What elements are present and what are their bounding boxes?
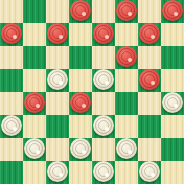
piece-inner-ring bbox=[144, 74, 155, 85]
square-r0c3[interactable] bbox=[69, 0, 92, 23]
square-r7c1 bbox=[23, 161, 46, 184]
square-r4c1[interactable] bbox=[23, 92, 46, 115]
piece-outer-ring bbox=[72, 2, 89, 19]
piece-inner-ring bbox=[29, 143, 40, 154]
square-r6c0 bbox=[0, 138, 23, 161]
square-r4c7[interactable] bbox=[161, 92, 184, 115]
square-r6c5[interactable] bbox=[115, 138, 138, 161]
square-r0c5[interactable] bbox=[115, 0, 138, 23]
square-r3c4[interactable] bbox=[92, 69, 115, 92]
piece-highlight bbox=[151, 173, 155, 177]
piece-outer-ring bbox=[49, 163, 66, 180]
white-checker-piece[interactable] bbox=[93, 69, 114, 90]
piece-inner-ring bbox=[121, 5, 132, 16]
piece-outer-ring bbox=[3, 117, 20, 134]
piece-highlight bbox=[128, 12, 132, 16]
square-r4c6 bbox=[138, 92, 161, 115]
red-checker-piece[interactable] bbox=[139, 69, 160, 90]
square-r0c1[interactable] bbox=[23, 0, 46, 23]
square-r6c2 bbox=[46, 138, 69, 161]
white-checker-piece[interactable] bbox=[162, 92, 183, 113]
white-checker-piece[interactable] bbox=[47, 161, 68, 182]
piece-inner-ring bbox=[167, 97, 178, 108]
piece-highlight bbox=[174, 12, 178, 16]
red-checker-piece[interactable] bbox=[70, 0, 91, 21]
piece-highlight bbox=[82, 12, 86, 16]
piece-inner-ring bbox=[98, 120, 109, 131]
square-r2c5[interactable] bbox=[115, 46, 138, 69]
piece-outer-ring bbox=[118, 140, 135, 157]
piece-highlight bbox=[36, 104, 40, 108]
piece-outer-ring bbox=[141, 71, 158, 88]
piece-highlight bbox=[105, 81, 109, 85]
piece-outer-ring bbox=[95, 71, 112, 88]
piece-highlight bbox=[36, 150, 40, 154]
square-r1c2[interactable] bbox=[46, 23, 69, 46]
piece-outer-ring bbox=[3, 25, 20, 42]
square-r7c2[interactable] bbox=[46, 161, 69, 184]
square-r4c2 bbox=[46, 92, 69, 115]
square-r5c1 bbox=[23, 115, 46, 138]
square-r3c5 bbox=[115, 69, 138, 92]
square-r6c6 bbox=[138, 138, 161, 161]
square-r5c0[interactable] bbox=[0, 115, 23, 138]
square-r7c7 bbox=[161, 161, 184, 184]
white-checker-piece[interactable] bbox=[116, 138, 137, 159]
piece-inner-ring bbox=[121, 51, 132, 62]
square-r1c1 bbox=[23, 23, 46, 46]
white-checker-piece[interactable] bbox=[1, 115, 22, 136]
red-checker-piece[interactable] bbox=[24, 92, 45, 113]
square-r3c2[interactable] bbox=[46, 69, 69, 92]
square-r2c7[interactable] bbox=[161, 46, 184, 69]
square-r5c3 bbox=[69, 115, 92, 138]
piece-outer-ring bbox=[26, 140, 43, 157]
square-r3c0[interactable] bbox=[0, 69, 23, 92]
piece-inner-ring bbox=[98, 74, 109, 85]
piece-inner-ring bbox=[52, 166, 63, 177]
piece-inner-ring bbox=[75, 5, 86, 16]
piece-highlight bbox=[82, 150, 86, 154]
piece-inner-ring bbox=[29, 97, 40, 108]
red-checker-piece[interactable] bbox=[116, 46, 137, 67]
square-r3c1 bbox=[23, 69, 46, 92]
red-checker-piece[interactable] bbox=[1, 23, 22, 44]
red-checker-piece[interactable] bbox=[70, 92, 91, 113]
square-r1c7 bbox=[161, 23, 184, 46]
piece-outer-ring bbox=[95, 117, 112, 134]
piece-outer-ring bbox=[72, 140, 89, 157]
square-r5c2[interactable] bbox=[46, 115, 69, 138]
piece-highlight bbox=[105, 127, 109, 131]
square-r6c7[interactable] bbox=[161, 138, 184, 161]
square-r6c3[interactable] bbox=[69, 138, 92, 161]
piece-highlight bbox=[128, 150, 132, 154]
piece-highlight bbox=[105, 35, 109, 39]
piece-inner-ring bbox=[167, 5, 178, 16]
square-r7c5 bbox=[115, 161, 138, 184]
square-r3c7 bbox=[161, 69, 184, 92]
white-checker-piece[interactable] bbox=[93, 161, 114, 182]
square-r1c6[interactable] bbox=[138, 23, 161, 46]
square-r2c4 bbox=[92, 46, 115, 69]
square-r2c6 bbox=[138, 46, 161, 69]
white-checker-piece[interactable] bbox=[93, 115, 114, 136]
square-r4c5[interactable] bbox=[115, 92, 138, 115]
square-r7c3 bbox=[69, 161, 92, 184]
piece-outer-ring bbox=[164, 2, 181, 19]
piece-outer-ring bbox=[141, 163, 158, 180]
square-r6c1[interactable] bbox=[23, 138, 46, 161]
square-r1c4[interactable] bbox=[92, 23, 115, 46]
piece-inner-ring bbox=[144, 166, 155, 177]
piece-outer-ring bbox=[118, 48, 135, 65]
piece-highlight bbox=[128, 58, 132, 62]
piece-highlight bbox=[13, 127, 17, 131]
piece-outer-ring bbox=[72, 94, 89, 111]
square-r7c6[interactable] bbox=[138, 161, 161, 184]
piece-outer-ring bbox=[26, 94, 43, 111]
piece-outer-ring bbox=[49, 71, 66, 88]
piece-inner-ring bbox=[98, 28, 109, 39]
piece-inner-ring bbox=[6, 28, 17, 39]
square-r5c7 bbox=[161, 115, 184, 138]
square-r2c3[interactable] bbox=[69, 46, 92, 69]
square-r6c4 bbox=[92, 138, 115, 161]
square-r2c1[interactable] bbox=[23, 46, 46, 69]
square-r0c7[interactable] bbox=[161, 0, 184, 23]
piece-inner-ring bbox=[98, 166, 109, 177]
square-r0c4 bbox=[92, 0, 115, 23]
piece-highlight bbox=[59, 173, 63, 177]
piece-outer-ring bbox=[141, 25, 158, 42]
square-r1c5 bbox=[115, 23, 138, 46]
square-r7c4[interactable] bbox=[92, 161, 115, 184]
piece-highlight bbox=[174, 104, 178, 108]
piece-highlight bbox=[151, 35, 155, 39]
white-checker-piece[interactable] bbox=[47, 69, 68, 90]
red-checker-piece[interactable] bbox=[116, 0, 137, 21]
square-r5c5 bbox=[115, 115, 138, 138]
square-r4c4 bbox=[92, 92, 115, 115]
white-checker-piece[interactable] bbox=[70, 138, 91, 159]
square-r2c2 bbox=[46, 46, 69, 69]
square-r5c4[interactable] bbox=[92, 115, 115, 138]
piece-inner-ring bbox=[75, 143, 86, 154]
square-r0c2 bbox=[46, 0, 69, 23]
piece-outer-ring bbox=[164, 94, 181, 111]
piece-highlight bbox=[59, 35, 63, 39]
red-checker-piece[interactable] bbox=[139, 23, 160, 44]
red-checker-piece[interactable] bbox=[162, 0, 183, 21]
checkers-board bbox=[0, 0, 184, 184]
piece-inner-ring bbox=[75, 97, 86, 108]
piece-inner-ring bbox=[121, 143, 132, 154]
piece-highlight bbox=[13, 35, 17, 39]
piece-highlight bbox=[59, 81, 63, 85]
piece-outer-ring bbox=[95, 163, 112, 180]
square-r3c6[interactable] bbox=[138, 69, 161, 92]
square-r1c3 bbox=[69, 23, 92, 46]
piece-inner-ring bbox=[144, 28, 155, 39]
square-r3c3 bbox=[69, 69, 92, 92]
square-r1c0[interactable] bbox=[0, 23, 23, 46]
square-r2c0 bbox=[0, 46, 23, 69]
piece-outer-ring bbox=[95, 25, 112, 42]
white-checker-piece[interactable] bbox=[139, 161, 160, 182]
piece-inner-ring bbox=[52, 28, 63, 39]
square-r5c6[interactable] bbox=[138, 115, 161, 138]
piece-highlight bbox=[82, 104, 86, 108]
square-r0c6 bbox=[138, 0, 161, 23]
red-checker-piece[interactable] bbox=[47, 23, 68, 44]
white-checker-piece[interactable] bbox=[24, 138, 45, 159]
square-r7c0[interactable] bbox=[0, 161, 23, 184]
piece-inner-ring bbox=[52, 74, 63, 85]
piece-highlight bbox=[151, 81, 155, 85]
piece-outer-ring bbox=[118, 2, 135, 19]
piece-highlight bbox=[105, 173, 109, 177]
piece-outer-ring bbox=[49, 25, 66, 42]
red-checker-piece[interactable] bbox=[93, 23, 114, 44]
square-r0c0 bbox=[0, 0, 23, 23]
checkers-screenshot bbox=[0, 0, 184, 184]
piece-inner-ring bbox=[6, 120, 17, 131]
square-r4c0 bbox=[0, 92, 23, 115]
square-r4c3[interactable] bbox=[69, 92, 92, 115]
